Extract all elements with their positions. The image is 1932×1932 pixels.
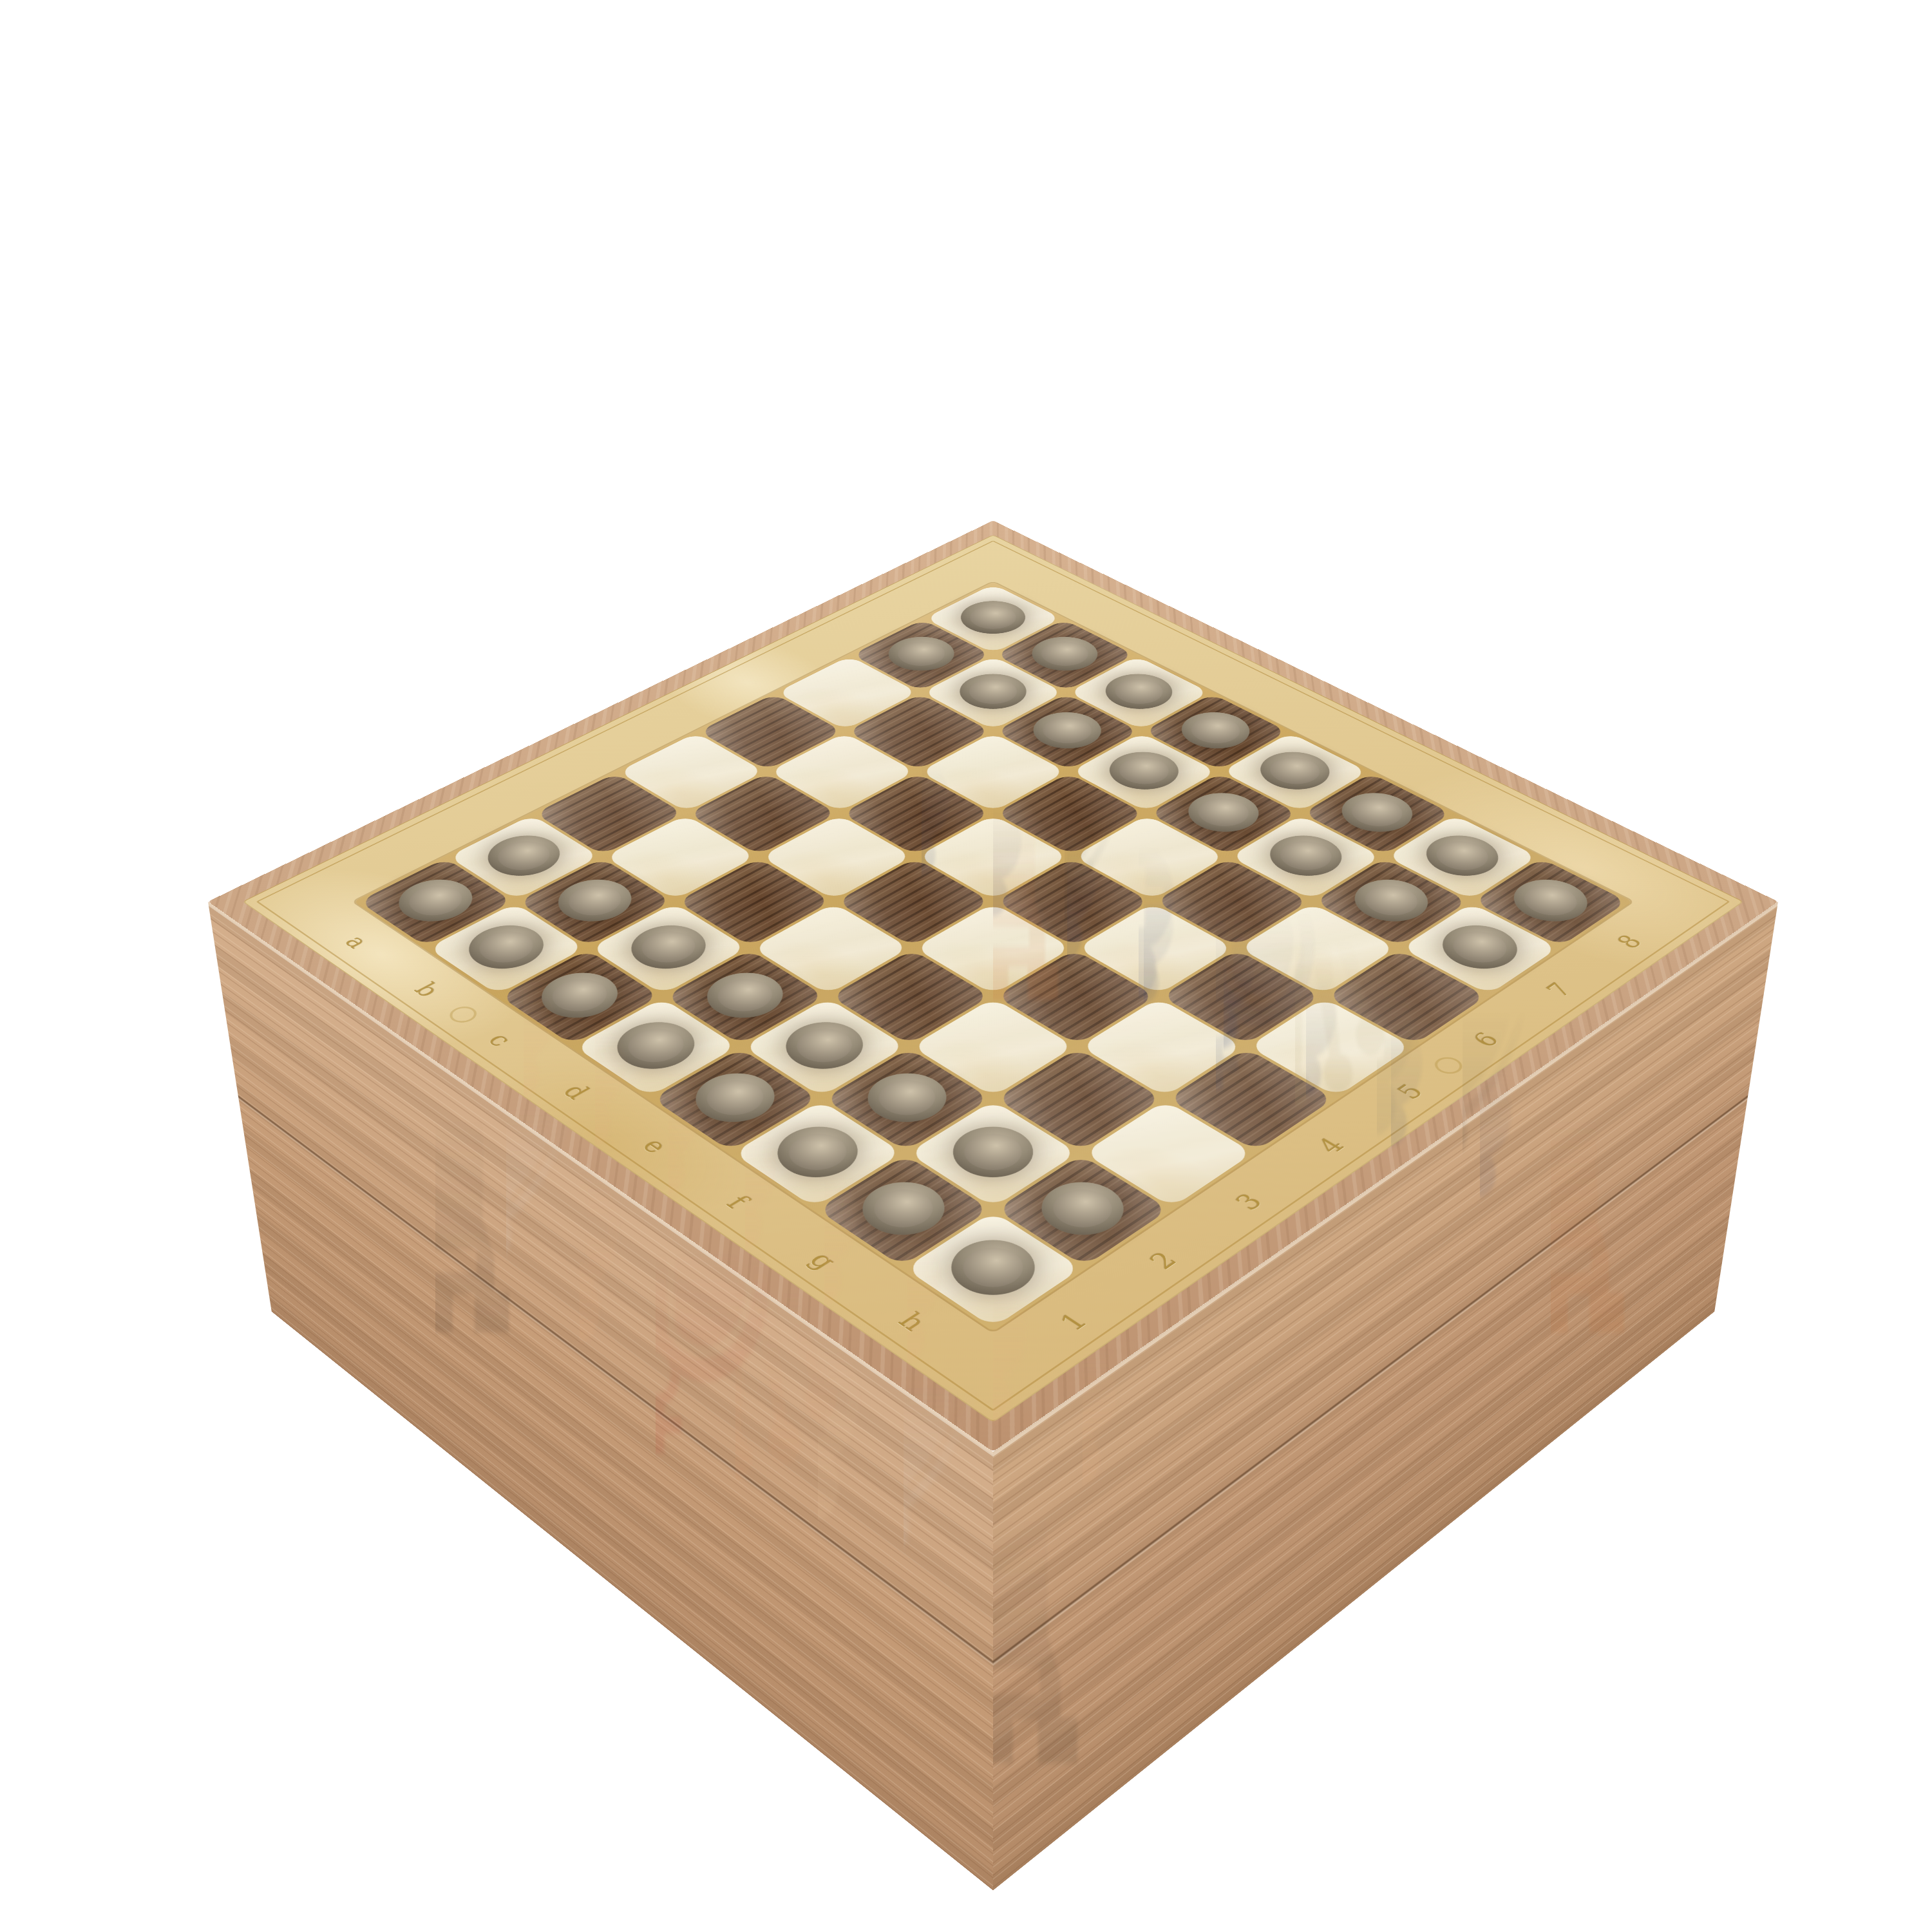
chess-board-box-top: abcdefgh12345678 ♜♜♞♞♟♟♝♝♟♟♚♚♟♟♛♛♟♟♝♝♟♟♞… — [208, 520, 1778, 1452]
scene-perspective: abcdefgh12345678 ♜♜♞♞♟♟♝♝♟♟♚♚♟♟♛♛♟♟♝♝♟♟♞… — [0, 0, 1932, 1932]
product-photo: abcdefgh12345678 ♜♜♞♞♟♟♝♝♟♟♚♚♟♟♛♛♟♟♝♝♟♟♞… — [0, 0, 1932, 1932]
piece-glyph: ♟ — [1389, 672, 1571, 947]
piece-glyph: ♜ — [858, 719, 1128, 1267]
